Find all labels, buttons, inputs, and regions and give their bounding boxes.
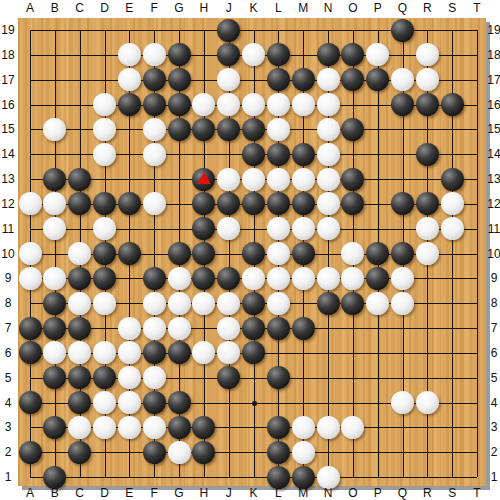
black-stone <box>267 416 290 439</box>
column-label-bottom: E <box>120 486 138 500</box>
row-label-right: 3 <box>486 420 500 434</box>
column-label-top: K <box>245 1 263 15</box>
white-stone <box>118 341 141 364</box>
column-label-top: S <box>443 1 461 15</box>
white-stone <box>267 242 290 265</box>
black-stone <box>317 43 340 66</box>
row-label-right: 8 <box>486 296 500 310</box>
black-stone <box>317 292 340 315</box>
black-stone <box>192 267 215 290</box>
white-stone <box>217 317 240 340</box>
white-stone <box>317 416 340 439</box>
column-label-bottom: G <box>170 486 188 500</box>
white-stone <box>118 317 141 340</box>
white-stone <box>416 242 439 265</box>
black-stone <box>68 168 91 191</box>
white-stone <box>292 416 315 439</box>
white-stone <box>93 292 116 315</box>
row-label-right: 18 <box>486 48 500 62</box>
white-stone <box>143 366 166 389</box>
black-stone <box>217 118 240 141</box>
black-stone <box>118 242 141 265</box>
last-move-triangle-marker <box>197 172 211 184</box>
black-stone <box>143 391 166 414</box>
white-stone <box>143 292 166 315</box>
column-label-bottom: C <box>71 486 89 500</box>
white-stone <box>143 118 166 141</box>
white-stone <box>19 192 42 215</box>
white-stone <box>168 267 191 290</box>
white-stone <box>118 43 141 66</box>
white-stone <box>242 267 265 290</box>
column-label-top: F <box>145 1 163 15</box>
black-stone <box>292 242 315 265</box>
white-stone <box>143 43 166 66</box>
black-stone <box>416 93 439 116</box>
black-stone <box>43 416 66 439</box>
row-label-left: 15 <box>0 122 16 136</box>
go-app-window: AABBCCDDEEFFGGHHJJKKLLMMNNOOPPQQRRSSTT19… <box>0 0 500 500</box>
black-stone <box>168 391 191 414</box>
black-stone <box>267 441 290 464</box>
row-label-right: 15 <box>486 122 500 136</box>
black-stone <box>292 68 315 91</box>
column-label-bottom: K <box>245 486 263 500</box>
row-label-right: 1 <box>486 470 500 484</box>
column-label-bottom: J <box>220 486 238 500</box>
row-label-right: 6 <box>486 346 500 360</box>
row-label-left: 16 <box>0 98 16 112</box>
column-label-top: R <box>418 1 436 15</box>
white-stone <box>118 416 141 439</box>
column-label-bottom: P <box>369 486 387 500</box>
column-label-bottom: N <box>319 486 337 500</box>
white-stone <box>317 217 340 240</box>
hoshi-dot <box>252 401 257 406</box>
row-label-left: 9 <box>0 271 16 285</box>
black-stone <box>192 118 215 141</box>
black-stone <box>292 317 315 340</box>
black-stone <box>192 168 215 191</box>
black-stone <box>43 292 66 315</box>
white-stone <box>366 292 389 315</box>
white-stone <box>416 43 439 66</box>
column-label-top: C <box>71 1 89 15</box>
white-stone <box>93 143 116 166</box>
row-label-right: 19 <box>486 23 500 37</box>
white-stone <box>441 192 464 215</box>
white-stone <box>317 68 340 91</box>
black-stone <box>143 441 166 464</box>
white-stone <box>317 267 340 290</box>
black-stone <box>168 43 191 66</box>
white-stone <box>416 217 439 240</box>
black-stone <box>93 242 116 265</box>
black-stone <box>118 93 141 116</box>
row-label-left: 3 <box>0 420 16 434</box>
column-label-top: G <box>170 1 188 15</box>
black-stone <box>19 391 42 414</box>
black-stone <box>118 192 141 215</box>
black-stone <box>68 267 91 290</box>
white-stone <box>242 168 265 191</box>
white-stone <box>441 217 464 240</box>
white-stone <box>143 192 166 215</box>
white-stone <box>168 441 191 464</box>
column-label-bottom: Q <box>394 486 412 500</box>
row-label-right: 4 <box>486 396 500 410</box>
white-stone <box>43 267 66 290</box>
white-stone <box>317 192 340 215</box>
black-stone <box>143 68 166 91</box>
black-stone <box>143 341 166 364</box>
white-stone <box>68 416 91 439</box>
black-stone <box>341 292 364 315</box>
black-stone <box>192 416 215 439</box>
row-label-left: 4 <box>0 396 16 410</box>
column-label-bottom: R <box>418 486 436 500</box>
white-stone <box>168 292 191 315</box>
black-stone <box>391 242 414 265</box>
black-stone <box>19 317 42 340</box>
white-stone <box>93 93 116 116</box>
black-stone <box>341 118 364 141</box>
row-label-right: 14 <box>486 147 500 161</box>
black-stone <box>267 43 290 66</box>
white-stone <box>143 317 166 340</box>
column-label-top: O <box>344 1 362 15</box>
column-label-top: E <box>120 1 138 15</box>
white-stone <box>19 267 42 290</box>
white-stone <box>292 267 315 290</box>
row-label-left: 8 <box>0 296 16 310</box>
white-stone <box>143 416 166 439</box>
column-label-top: P <box>369 1 387 15</box>
black-stone <box>68 317 91 340</box>
white-stone <box>93 416 116 439</box>
row-label-left: 2 <box>0 445 16 459</box>
white-stone <box>391 292 414 315</box>
white-stone <box>118 366 141 389</box>
row-label-left: 18 <box>0 48 16 62</box>
row-label-right: 13 <box>486 172 500 186</box>
column-label-bottom: F <box>145 486 163 500</box>
column-label-top: A <box>21 1 39 15</box>
black-stone <box>366 267 389 290</box>
black-stone <box>242 118 265 141</box>
black-stone <box>168 68 191 91</box>
column-label-top: Q <box>394 1 412 15</box>
black-stone <box>93 267 116 290</box>
white-stone <box>143 143 166 166</box>
white-stone <box>416 391 439 414</box>
black-stone <box>292 143 315 166</box>
row-label-left: 6 <box>0 346 16 360</box>
white-stone <box>68 292 91 315</box>
column-label-bottom: M <box>294 486 312 500</box>
white-stone <box>341 416 364 439</box>
column-label-top: H <box>195 1 213 15</box>
column-label-bottom: S <box>443 486 461 500</box>
grid-line-vertical <box>477 30 478 477</box>
white-stone <box>317 118 340 141</box>
black-stone <box>168 242 191 265</box>
white-stone <box>43 118 66 141</box>
column-label-top: B <box>46 1 64 15</box>
grid-line-horizontal <box>30 452 477 453</box>
column-label-top: L <box>269 1 287 15</box>
black-stone <box>242 143 265 166</box>
white-stone <box>267 93 290 116</box>
black-stone <box>217 19 240 42</box>
black-stone <box>292 192 315 215</box>
black-stone <box>68 441 91 464</box>
column-label-top: D <box>96 1 114 15</box>
black-stone <box>19 441 42 464</box>
white-stone <box>341 267 364 290</box>
white-stone <box>118 68 141 91</box>
grid-line-horizontal <box>30 477 477 478</box>
white-stone <box>242 93 265 116</box>
column-label-top: T <box>468 1 486 15</box>
white-stone <box>93 118 116 141</box>
black-stone <box>242 317 265 340</box>
column-label-bottom: O <box>344 486 362 500</box>
white-stone <box>317 168 340 191</box>
black-stone <box>43 168 66 191</box>
black-stone <box>192 441 215 464</box>
white-stone <box>416 68 439 91</box>
row-label-left: 17 <box>0 73 16 87</box>
column-label-bottom: H <box>195 486 213 500</box>
black-stone <box>19 341 42 364</box>
column-label-top: M <box>294 1 312 15</box>
white-stone <box>267 292 290 315</box>
white-stone <box>292 217 315 240</box>
black-stone <box>242 292 265 315</box>
black-stone <box>391 93 414 116</box>
white-stone <box>292 168 315 191</box>
black-stone <box>168 118 191 141</box>
row-label-left: 11 <box>0 222 16 236</box>
white-stone <box>317 143 340 166</box>
white-stone <box>192 292 215 315</box>
black-stone <box>143 267 166 290</box>
column-label-bottom: B <box>46 486 64 500</box>
row-label-left: 7 <box>0 321 16 335</box>
row-label-left: 12 <box>0 197 16 211</box>
white-stone <box>118 391 141 414</box>
row-label-right: 9 <box>486 271 500 285</box>
row-label-right: 7 <box>486 321 500 335</box>
black-stone <box>267 317 290 340</box>
black-stone <box>441 93 464 116</box>
column-label-bottom: T <box>468 486 486 500</box>
row-label-right: 5 <box>486 371 500 385</box>
white-stone <box>93 391 116 414</box>
black-stone <box>267 192 290 215</box>
column-label-bottom: D <box>96 486 114 500</box>
black-stone <box>267 366 290 389</box>
row-label-right: 11 <box>486 222 500 236</box>
black-stone <box>242 242 265 265</box>
white-stone <box>267 267 290 290</box>
black-stone <box>217 267 240 290</box>
white-stone <box>267 217 290 240</box>
column-label-bottom: A <box>21 486 39 500</box>
black-stone <box>391 19 414 42</box>
black-stone <box>416 192 439 215</box>
row-label-left: 5 <box>0 371 16 385</box>
white-stone <box>19 242 42 265</box>
black-stone <box>168 93 191 116</box>
white-stone <box>217 168 240 191</box>
black-stone <box>267 68 290 91</box>
white-stone <box>317 93 340 116</box>
white-stone <box>267 168 290 191</box>
column-label-bottom: L <box>269 486 287 500</box>
white-stone <box>292 93 315 116</box>
white-stone <box>267 118 290 141</box>
row-label-right: 17 <box>486 73 500 87</box>
black-stone <box>341 168 364 191</box>
black-stone <box>441 168 464 191</box>
row-label-left: 19 <box>0 23 16 37</box>
white-stone <box>391 391 414 414</box>
black-stone <box>143 93 166 116</box>
black-stone <box>43 317 66 340</box>
black-stone <box>267 143 290 166</box>
row-label-left: 1 <box>0 470 16 484</box>
row-label-left: 10 <box>0 247 16 261</box>
black-stone <box>168 341 191 364</box>
row-label-left: 14 <box>0 147 16 161</box>
white-stone <box>168 317 191 340</box>
column-label-top: N <box>319 1 337 15</box>
white-stone <box>391 267 414 290</box>
white-stone <box>292 441 315 464</box>
row-label-right: 2 <box>486 445 500 459</box>
column-label-top: J <box>220 1 238 15</box>
row-label-right: 10 <box>486 247 500 261</box>
row-label-right: 16 <box>486 98 500 112</box>
row-label-right: 12 <box>486 197 500 211</box>
row-label-left: 13 <box>0 172 16 186</box>
black-stone <box>416 143 439 166</box>
black-stone <box>168 416 191 439</box>
white-stone <box>217 292 240 315</box>
